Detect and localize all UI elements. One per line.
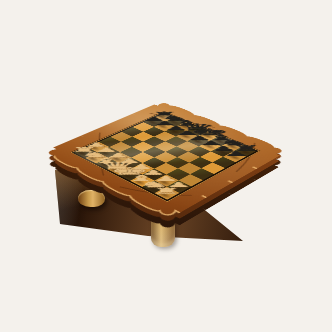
board-plane: ♜♞♝♛♚♝♞♜♟♟♟♟♟♟♟♟♟♟♟♟♟♟♟♟♜♞♝♛♚♝♞♜ [41, 100, 288, 219]
board-3d-scene: ♜♞♝♛♚♝♞♜♟♟♟♟♟♟♟♟♟♟♟♟♟♟♟♟♜♞♝♛♚♝♞♜ [0, 0, 332, 332]
scene: ♜♞♝♛♚♝♞♜♟♟♟♟♟♟♟♟♟♟♟♟♟♟♟♟♜♞♝♛♚♝♞♜ [0, 0, 332, 332]
